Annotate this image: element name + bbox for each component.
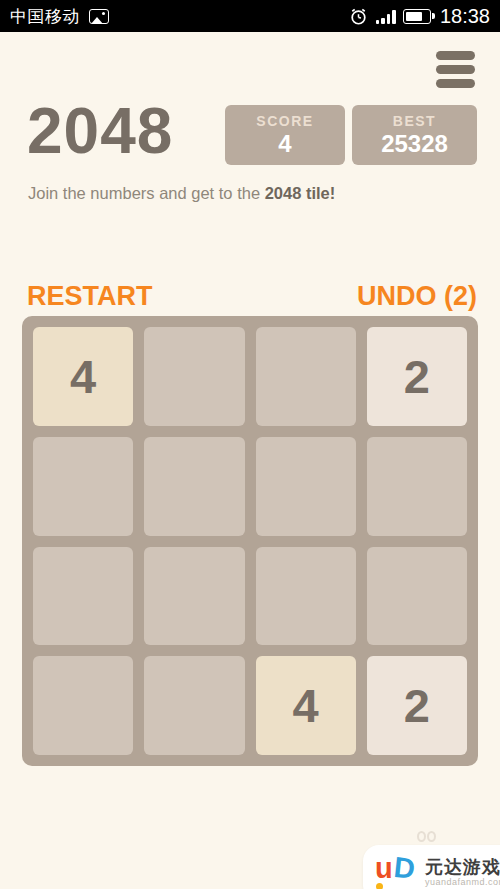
best-label: BEST <box>393 113 436 129</box>
alarm-icon <box>348 6 369 27</box>
restart-button[interactable]: RESTART <box>27 281 153 312</box>
image-notification-icon <box>89 9 109 24</box>
empty-cell-r2c3 <box>367 547 467 646</box>
tile-4-r3c2: 4 <box>256 656 356 755</box>
best-box: BEST 25328 <box>352 105 477 165</box>
status-bar: 中国移动 18:38 <box>0 0 500 32</box>
board[interactable]: 4242 <box>22 316 478 766</box>
undo-button[interactable]: UNDO (2) <box>357 281 477 312</box>
empty-cell-r0c1 <box>144 327 244 426</box>
subtitle-goal: 2048 tile! <box>265 184 336 202</box>
empty-cell-r2c1 <box>144 547 244 646</box>
empty-cell-r1c2 <box>256 437 356 536</box>
watermark-brand: 元达游戏 <box>425 858 500 878</box>
score-value: 4 <box>278 130 291 158</box>
tile-4-r0c0: 4 <box>33 327 133 426</box>
signal-strength-icon <box>376 9 396 24</box>
tile-2-r3c3: 2 <box>367 656 467 755</box>
empty-cell-r1c0 <box>33 437 133 536</box>
subtitle-plain: Join the numbers and get to the <box>28 184 265 202</box>
watermark-badge[interactable]: u D 元达游戏 yuandafanmd.com <box>363 845 500 889</box>
empty-cell-r1c1 <box>144 437 244 536</box>
subtitle: Join the numbers and get to the 2048 til… <box>28 184 335 203</box>
logo-letter-u: u <box>375 852 393 885</box>
empty-cell-r2c2 <box>256 547 356 646</box>
tile-2-r0c3: 2 <box>367 327 467 426</box>
best-value: 25328 <box>381 130 448 158</box>
yuanda-logo-icon: u D <box>375 856 421 889</box>
score-label: SCORE <box>256 113 313 129</box>
logo-yellow-dot <box>376 883 383 889</box>
hamburger-icon <box>436 51 475 60</box>
battery-icon <box>403 9 431 24</box>
game-title: 2048 <box>27 94 173 168</box>
menu-button[interactable] <box>436 51 475 93</box>
empty-cell-r0c2 <box>256 327 356 426</box>
ghost-bubbles-decoration <box>417 831 437 842</box>
empty-cell-r3c1 <box>144 656 244 755</box>
score-box: SCORE 4 <box>225 105 345 165</box>
phone-screen: 中国移动 18:38 2048 SCORE 4 BEST 25328 <box>0 0 500 889</box>
watermark-url: yuandafanmd.com <box>425 878 500 888</box>
status-time: 18:38 <box>440 5 490 28</box>
empty-cell-r2c0 <box>33 547 133 646</box>
empty-cell-r1c3 <box>367 437 467 536</box>
empty-cell-r3c0 <box>33 656 133 755</box>
carrier-label: 中国移动 <box>10 5 80 28</box>
logo-letter-d: D <box>392 851 416 886</box>
